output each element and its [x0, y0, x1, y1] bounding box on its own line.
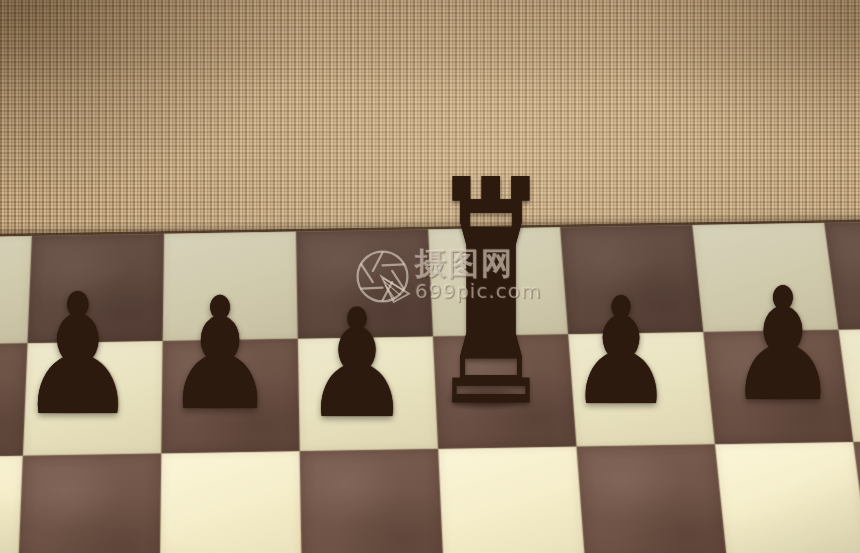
pieces-layer: ♟♟♟♜♟♟ [0, 0, 860, 553]
black-rook: ♜ [430, 140, 552, 450]
black-pawn: ♟ [568, 278, 674, 426]
black-pawn: ♟ [303, 289, 411, 439]
black-pawn: ♟ [164, 277, 275, 432]
black-pawn: ♟ [18, 272, 138, 439]
black-pawn: ♟ [727, 267, 839, 423]
photo-scene: ♟♟♟♜♟♟ 摄图网 699pic.com [0, 0, 860, 553]
